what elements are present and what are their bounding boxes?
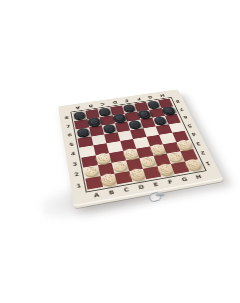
rank-label-3: 3 — [69, 158, 80, 170]
file-label-g: G — [176, 175, 193, 184]
square-b1: ⛀ — [100, 173, 117, 187]
file-label-far-h: H — [155, 92, 169, 98]
square-h1: ⛀ — [184, 159, 202, 172]
rank-label-far-4: 4 — [187, 129, 200, 139]
rank-label-far-2: 2 — [196, 147, 210, 158]
rank-label-far-3: 3 — [191, 138, 204, 149]
file-label-far-d: D — [108, 99, 121, 105]
rank-label-7: 7 — [63, 121, 73, 131]
product-photo: ⛂⛂⛂⛂⛂⛂⛂⛂⛂⛂⛂⛂⛀⛀⛀⛀⛀⛀⛀⛀⛀⛀⛀⛀ ABCDEFGH ABCDEF… — [0, 0, 240, 303]
rank-label-far-7: 7 — [175, 105, 187, 114]
file-label-d: D — [133, 182, 150, 191]
file-label-c: C — [118, 185, 135, 195]
file-label-far-b: B — [83, 102, 96, 108]
file-label-e: E — [147, 180, 164, 189]
file-label-a: A — [88, 190, 105, 200]
file-label-far-f: F — [132, 96, 146, 102]
file-label-far-a: A — [71, 104, 84, 110]
board-grid: ⛂⛂⛂⛂⛂⛂⛂⛂⛂⛂⛂⛂⛀⛀⛀⛀⛀⛀⛀⛀⛀⛀⛀⛀ — [72, 99, 202, 190]
file-label-b: B — [103, 188, 120, 198]
clasp-pin — [156, 193, 165, 196]
rank-label-far-8: 8 — [172, 97, 183, 106]
file-label-h: H — [190, 172, 207, 181]
rank-label-far-6: 6 — [179, 112, 191, 121]
file-label-far-g: G — [143, 94, 157, 100]
white-checker-d1: ⛀ — [129, 168, 145, 180]
file-label-f: F — [162, 177, 179, 186]
rank-label-6: 6 — [64, 130, 74, 140]
rank-label-1: 1 — [73, 179, 85, 192]
file-label-far-c: C — [96, 101, 109, 107]
rank-label-far-5: 5 — [183, 121, 195, 131]
white-checker-b1: ⛀ — [100, 173, 116, 186]
file-label-far-e: E — [120, 97, 133, 103]
rank-label-far-1: 1 — [200, 157, 214, 169]
white-checker-h1: ⛀ — [185, 159, 202, 171]
rank-label-2: 2 — [71, 168, 83, 180]
rank-label-4: 4 — [68, 148, 79, 159]
rank-label-8: 8 — [62, 113, 72, 122]
rank-label-5: 5 — [66, 139, 77, 150]
